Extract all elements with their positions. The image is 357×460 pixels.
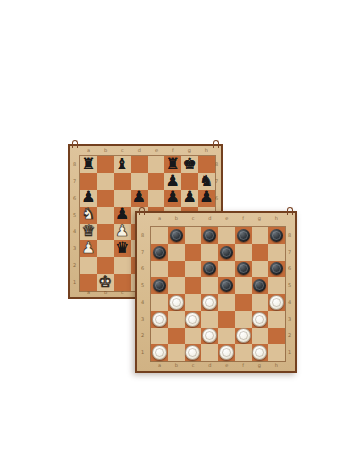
checkers-square-d5[interactable] <box>201 277 218 294</box>
chess-coord-label: 8 <box>215 162 218 167</box>
checkers-coord-label: a <box>158 216 161 221</box>
checkers-coord-label: 7 <box>141 250 144 255</box>
chess-square-b7[interactable] <box>97 173 114 190</box>
chess-square-c8[interactable]: ♝ <box>114 156 131 173</box>
checker-man-black-a5[interactable] <box>153 279 166 292</box>
chess-coord-label: b <box>104 148 107 153</box>
checkers-coord-label: e <box>225 363 228 368</box>
checkers-coord-label: d <box>208 216 211 221</box>
checkers-square-e8[interactable] <box>218 227 235 244</box>
chess-piece-black-pawn-d6[interactable]: ♟ <box>132 190 146 206</box>
checkers-square-c3[interactable] <box>185 311 202 328</box>
chess-square-c1[interactable] <box>114 274 131 291</box>
checkers-square-d2[interactable] <box>201 328 218 345</box>
chess-piece-black-pawn-c5[interactable]: ♟ <box>115 207 129 223</box>
checkers-square-g3[interactable] <box>252 311 269 328</box>
checkers-coord-label: 4 <box>141 300 144 305</box>
checker-man-black-h6[interactable] <box>270 262 283 275</box>
checkers-square-f6[interactable] <box>235 261 252 278</box>
checkers-square-c5[interactable] <box>185 277 202 294</box>
chess-square-a3[interactable]: ♟ <box>80 240 97 257</box>
checkers-coord-label: h <box>275 216 278 221</box>
checkers-coord-label: 5 <box>288 283 291 288</box>
checker-man-black-a7[interactable] <box>153 246 166 259</box>
checkers-square-f4[interactable] <box>235 294 252 311</box>
checker-man-black-b8[interactable] <box>170 229 183 242</box>
checkers-coord-label: g <box>258 363 261 368</box>
checker-man-white-d2[interactable] <box>202 328 217 343</box>
checkers-square-b1[interactable] <box>168 344 185 361</box>
checker-man-black-e5[interactable] <box>220 279 233 292</box>
chess-coord-label: g <box>188 148 191 153</box>
checkers-square-h5[interactable] <box>268 277 285 294</box>
checkers-square-f1[interactable] <box>235 344 252 361</box>
chess-square-g6[interactable]: ♟ <box>181 190 198 207</box>
chess-square-c7[interactable] <box>114 173 131 190</box>
checkers-square-h3[interactable] <box>268 311 285 328</box>
checkers-grid <box>151 227 285 361</box>
chess-square-a8[interactable]: ♜ <box>80 156 97 173</box>
checker-man-black-e7[interactable] <box>220 246 233 259</box>
checkers-coord-label: b <box>175 216 178 221</box>
chess-coord-label: a <box>87 148 90 153</box>
chess-piece-black-knight-h7[interactable]: ♞ <box>200 173 214 189</box>
chess-coord-label: h <box>205 148 208 153</box>
chess-coord-label: f <box>172 148 174 153</box>
checkers-square-a3[interactable] <box>151 311 168 328</box>
checkers-square-b4[interactable] <box>168 294 185 311</box>
checkers-square-a4[interactable] <box>151 294 168 311</box>
checkers-square-e1[interactable] <box>218 344 235 361</box>
checkers-square-d6[interactable] <box>201 261 218 278</box>
checkers-square-b5[interactable] <box>168 277 185 294</box>
chess-file-labels-top: abcdefgh <box>80 147 215 154</box>
checkers-coord-label: f <box>242 216 244 221</box>
hanging-hook-icon <box>287 207 293 215</box>
checkers-square-d1[interactable] <box>201 344 218 361</box>
checkers-square-c2[interactable] <box>185 328 202 345</box>
checkers-coord-label: 4 <box>288 300 291 305</box>
chess-coord-label: 4 <box>73 229 76 234</box>
checkers-square-a5[interactable] <box>151 277 168 294</box>
chess-rank-labels-left: 87654321 <box>71 156 78 291</box>
checkers-square-a7[interactable] <box>151 244 168 261</box>
checkers-coord-label: 3 <box>288 317 291 322</box>
checkers-coord-label: h <box>275 363 278 368</box>
checker-man-white-g1[interactable] <box>252 345 267 360</box>
checkers-coord-label: f <box>242 363 244 368</box>
chess-square-c3[interactable]: ♛ <box>114 240 131 257</box>
checkers-square-e5[interactable] <box>218 277 235 294</box>
checkers-square-f3[interactable] <box>235 311 252 328</box>
chess-square-a1[interactable] <box>80 274 97 291</box>
checkers-square-g4[interactable] <box>252 294 269 311</box>
checker-man-white-a3[interactable] <box>152 312 167 327</box>
chess-square-c2[interactable] <box>114 257 131 274</box>
checkers-coord-label: 2 <box>288 333 291 338</box>
checker-man-white-c1[interactable] <box>185 345 200 360</box>
chess-piece-black-queen-c3[interactable]: ♛ <box>115 241 129 257</box>
checkers-file-labels-bottom: abcdefgh <box>151 362 285 369</box>
checkers-square-b3[interactable] <box>168 311 185 328</box>
checkers-coord-label: c <box>192 363 195 368</box>
checkers-square-e2[interactable] <box>218 328 235 345</box>
chess-coord-label: 5 <box>73 213 76 218</box>
checkers-square-e4[interactable] <box>218 294 235 311</box>
chess-coord-label: 3 <box>73 246 76 251</box>
checkers-square-b8[interactable] <box>168 227 185 244</box>
chess-square-g8[interactable]: ♚ <box>181 156 198 173</box>
checkers-coord-label: b <box>175 363 178 368</box>
chess-piece-black-rook-a8[interactable]: ♜ <box>81 156 95 172</box>
checkers-square-h8[interactable] <box>268 227 285 244</box>
checkers-coord-label: d <box>208 363 211 368</box>
chess-square-b4[interactable] <box>97 224 114 241</box>
product-photo-scene: abcdefgh abcdefgh 87654321 87654321 ♜♝♜♚… <box>0 0 357 460</box>
checkers-square-h7[interactable] <box>268 244 285 261</box>
chess-square-b6[interactable] <box>97 190 114 207</box>
checkers-square-a6[interactable] <box>151 261 168 278</box>
chess-square-b3[interactable] <box>97 240 114 257</box>
checker-man-white-e1[interactable] <box>219 345 234 360</box>
checkers-coord-label: 3 <box>141 317 144 322</box>
checkers-coord-label: a <box>158 363 161 368</box>
checkers-square-h1[interactable] <box>268 344 285 361</box>
checkers-coord-label: e <box>225 216 228 221</box>
checker-man-white-f2[interactable] <box>236 328 251 343</box>
checker-man-black-g5[interactable] <box>253 279 266 292</box>
chess-square-b8[interactable] <box>97 156 114 173</box>
chess-piece-black-rook-f8[interactable]: ♜ <box>166 156 180 172</box>
hanging-hook-icon <box>213 140 219 148</box>
checker-man-white-d4[interactable] <box>202 295 217 310</box>
checkers-coord-label: 6 <box>288 266 291 271</box>
chess-piece-white-king-b1[interactable]: ♚ <box>98 274 112 290</box>
chess-piece-white-pawn-a3[interactable]: ♟ <box>81 241 95 257</box>
chess-piece-black-pawn-h6[interactable]: ♟ <box>200 190 214 206</box>
checkers-board: abcdefgh abcdefgh 87654321 87654321 <box>135 211 297 373</box>
chess-square-e6[interactable] <box>148 190 165 207</box>
chess-square-e8[interactable] <box>148 156 165 173</box>
chess-coord-label: e <box>155 148 158 153</box>
checkers-square-f8[interactable] <box>235 227 252 244</box>
checkers-coord-label: 6 <box>141 266 144 271</box>
checkers-square-g2[interactable] <box>252 328 269 345</box>
chess-coord-label: 6 <box>215 196 218 201</box>
checkers-square-g8[interactable] <box>252 227 269 244</box>
chess-coord-label: 7 <box>215 179 218 184</box>
checkers-square-c6[interactable] <box>185 261 202 278</box>
chess-piece-black-pawn-g6[interactable]: ♟ <box>183 190 197 206</box>
chess-square-f6[interactable]: ♟ <box>164 190 181 207</box>
checkers-square-a8[interactable] <box>151 227 168 244</box>
checkers-square-g7[interactable] <box>252 244 269 261</box>
checkers-coord-label: 1 <box>141 350 144 355</box>
chess-square-d6[interactable]: ♟ <box>131 190 148 207</box>
checkers-square-f7[interactable] <box>235 244 252 261</box>
chess-square-b1[interactable]: ♚ <box>97 274 114 291</box>
checkers-coord-label: 8 <box>288 233 291 238</box>
checkers-square-b7[interactable] <box>168 244 185 261</box>
checkers-square-g1[interactable] <box>252 344 269 361</box>
checkers-square-h6[interactable] <box>268 261 285 278</box>
chess-piece-black-pawn-a6[interactable]: ♟ <box>81 190 95 206</box>
chess-coord-label: 7 <box>73 179 76 184</box>
checker-man-black-f6[interactable] <box>237 262 250 275</box>
checkers-coord-label: 5 <box>141 283 144 288</box>
chess-piece-white-knight-a5[interactable]: ♞ <box>81 207 95 223</box>
checkers-square-c4[interactable] <box>185 294 202 311</box>
checkers-square-d4[interactable] <box>201 294 218 311</box>
checker-man-black-d8[interactable] <box>203 229 216 242</box>
checkers-coord-label: g <box>258 216 261 221</box>
chess-square-b5[interactable] <box>97 207 114 224</box>
checker-man-white-c3[interactable] <box>185 312 200 327</box>
chess-square-a2[interactable] <box>80 257 97 274</box>
chess-coord-label: d <box>138 148 141 153</box>
checkers-coord-label: 8 <box>141 233 144 238</box>
checkers-square-e6[interactable] <box>218 261 235 278</box>
checkers-square-e3[interactable] <box>218 311 235 328</box>
checkers-rank-labels-right: 87654321 <box>286 227 293 361</box>
checkers-square-a2[interactable] <box>151 328 168 345</box>
checkers-square-g5[interactable] <box>252 277 269 294</box>
checkers-coord-label: 7 <box>288 250 291 255</box>
checkers-coord-label: 2 <box>141 333 144 338</box>
chess-square-e7[interactable] <box>148 173 165 190</box>
chess-piece-black-bishop-c8[interactable]: ♝ <box>115 156 129 172</box>
checkers-coord-label: c <box>192 216 195 221</box>
chess-piece-white-pawn-c4[interactable]: ♟ <box>115 224 129 240</box>
chess-piece-black-pawn-f6[interactable]: ♟ <box>166 190 180 206</box>
checkers-coord-label: 1 <box>288 350 291 355</box>
chess-coord-label: c <box>121 148 124 153</box>
chess-piece-black-king-g8[interactable]: ♚ <box>183 156 197 172</box>
hanging-hook-icon <box>72 140 78 148</box>
chess-coord-label: 6 <box>73 196 76 201</box>
checkers-square-d8[interactable] <box>201 227 218 244</box>
checkers-square-g6[interactable] <box>252 261 269 278</box>
checker-man-black-h8[interactable] <box>270 229 283 242</box>
chess-square-d8[interactable] <box>131 156 148 173</box>
checker-man-white-h4[interactable] <box>269 295 284 310</box>
checkers-square-c7[interactable] <box>185 244 202 261</box>
chess-coord-label: 1 <box>73 280 76 285</box>
checkers-square-f5[interactable] <box>235 277 252 294</box>
checkers-square-h2[interactable] <box>268 328 285 345</box>
checkers-square-h4[interactable] <box>268 294 285 311</box>
chess-piece-black-pawn-f7[interactable]: ♟ <box>166 173 180 189</box>
chess-piece-white-queen-a4[interactable]: ♛ <box>81 224 95 240</box>
chess-coord-label: 2 <box>73 263 76 268</box>
checkers-square-d7[interactable] <box>201 244 218 261</box>
checker-man-black-f8[interactable] <box>237 229 250 242</box>
checkers-rank-labels-left: 87654321 <box>139 227 146 361</box>
checker-man-white-b4[interactable] <box>169 295 184 310</box>
checker-man-white-g3[interactable] <box>252 312 267 327</box>
checkers-square-d3[interactable] <box>201 311 218 328</box>
checkers-square-b6[interactable] <box>168 261 185 278</box>
hanging-hook-icon <box>139 207 145 215</box>
checker-man-black-d6[interactable] <box>203 262 216 275</box>
checkers-square-a1[interactable] <box>151 344 168 361</box>
chess-coord-label: 8 <box>73 162 76 167</box>
checkers-square-c1[interactable] <box>185 344 202 361</box>
checkers-square-f2[interactable] <box>235 328 252 345</box>
checkers-file-labels-top: abcdefgh <box>151 215 285 222</box>
chess-square-h6[interactable]: ♟ <box>198 190 215 207</box>
checkers-square-c8[interactable] <box>185 227 202 244</box>
checkers-square-e7[interactable] <box>218 244 235 261</box>
checker-man-white-a1[interactable] <box>152 345 167 360</box>
checkers-square-b2[interactable] <box>168 328 185 345</box>
